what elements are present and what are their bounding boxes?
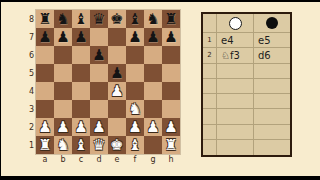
square-h5[interactable] (162, 64, 180, 82)
piece-white-knight[interactable]: ♞ (56, 136, 69, 154)
square-f1[interactable]: ♝ (126, 136, 144, 154)
square-d6[interactable]: ♟ (90, 46, 108, 64)
square-d5[interactable] (90, 64, 108, 82)
piece-white-queen[interactable]: ♛ (92, 136, 105, 154)
square-a1[interactable]: ♜ (36, 136, 54, 154)
square-c7[interactable]: ♟ (72, 28, 90, 46)
black-header-cell (254, 14, 290, 33)
piece-black-queen[interactable]: ♛ (92, 10, 105, 28)
square-a3[interactable] (36, 100, 54, 118)
piece-black-king[interactable]: ♚ (110, 10, 123, 28)
square-a6[interactable] (36, 46, 54, 64)
square-h4[interactable] (162, 82, 180, 100)
square-h1[interactable]: ♜ (162, 136, 180, 154)
square-c6[interactable] (72, 46, 90, 64)
move-number-cell (203, 79, 217, 94)
file-label-g: g (144, 155, 162, 166)
square-e7[interactable] (108, 28, 126, 46)
square-c2[interactable]: ♟ (72, 118, 90, 136)
square-c8[interactable]: ♝ (72, 10, 90, 28)
header-corner-cell (203, 14, 217, 33)
piece-white-knight[interactable]: ♞ (128, 100, 141, 118)
square-g1[interactable] (144, 136, 162, 154)
square-a7[interactable]: ♟ (36, 28, 54, 46)
piece-black-pawn[interactable]: ♟ (146, 28, 159, 46)
square-h3[interactable] (162, 100, 180, 118)
square-f4[interactable] (126, 82, 144, 100)
piece-black-pawn[interactable]: ♟ (164, 28, 177, 46)
black-move-cell[interactable]: e5 (254, 33, 290, 48)
square-a4[interactable] (36, 82, 54, 100)
rank-label-2: 2 (23, 118, 34, 136)
top-letterbox-bar (0, 0, 320, 2)
piece-white-pawn[interactable]: ♟ (164, 118, 177, 136)
square-e2[interactable] (108, 118, 126, 136)
square-b3[interactable] (54, 100, 72, 118)
move-number-cell (203, 109, 217, 124)
rank-label-8: 8 (23, 10, 34, 28)
piece-black-bishop[interactable]: ♝ (128, 10, 141, 28)
square-g6[interactable] (144, 46, 162, 64)
rank-label-5: 5 (23, 64, 34, 82)
file-labels: abcdefgh (36, 155, 180, 166)
rank-label-1: 1 (23, 136, 34, 154)
bottom-letterbox-bar (0, 176, 320, 180)
square-f2[interactable]: ♟ (126, 118, 144, 136)
file-label-c: c (72, 155, 90, 166)
piece-black-knight[interactable]: ♞ (56, 10, 69, 28)
piece-white-pawn[interactable]: ♟ (74, 118, 87, 136)
piece-white-pawn[interactable]: ♟ (128, 118, 141, 136)
square-g7[interactable]: ♟ (144, 28, 162, 46)
square-d3[interactable] (90, 100, 108, 118)
square-d2[interactable]: ♟ (90, 118, 108, 136)
white-move-cell (217, 125, 254, 140)
piece-white-rook[interactable]: ♜ (38, 136, 51, 154)
square-c5[interactable] (72, 64, 90, 82)
square-a2[interactable]: ♟ (36, 118, 54, 136)
move-number-cell (203, 94, 217, 109)
square-f5[interactable] (126, 64, 144, 82)
piece-black-pawn[interactable]: ♟ (38, 28, 51, 46)
white-player-icon (229, 17, 242, 30)
piece-white-pawn[interactable]: ♟ (92, 118, 105, 136)
move-list-table: 1e4e52♘f3d6 (201, 12, 292, 157)
move-number-cell (203, 125, 217, 140)
piece-black-rook[interactable]: ♜ (38, 10, 51, 28)
square-g3[interactable] (144, 100, 162, 118)
white-move-cell[interactable]: e4 (217, 33, 254, 48)
piece-black-pawn[interactable]: ♟ (74, 28, 87, 46)
white-move-cell[interactable]: ♘f3 (217, 48, 254, 63)
square-f3[interactable]: ♞ (126, 100, 144, 118)
black-move-cell (254, 94, 290, 109)
square-b8[interactable]: ♞ (54, 10, 72, 28)
square-c4[interactable] (72, 82, 90, 100)
square-c3[interactable] (72, 100, 90, 118)
black-move-cell (254, 64, 290, 79)
white-move-cell (217, 109, 254, 124)
square-d8[interactable]: ♛ (90, 10, 108, 28)
piece-white-bishop[interactable]: ♝ (128, 136, 141, 154)
black-move-cell (254, 125, 290, 140)
file-label-e: e (108, 155, 126, 166)
square-g4[interactable] (144, 82, 162, 100)
file-label-f: f (126, 155, 144, 166)
square-h7[interactable]: ♟ (162, 28, 180, 46)
square-e3[interactable] (108, 100, 126, 118)
rank-label-7: 7 (23, 28, 34, 46)
rank-label-4: 4 (23, 82, 34, 100)
square-e6[interactable] (108, 46, 126, 64)
black-move-cell (254, 79, 290, 94)
move-number-cell (203, 64, 217, 79)
piece-black-bishop[interactable]: ♝ (74, 10, 87, 28)
move-number-cell: 2 (203, 48, 217, 63)
white-move-cell (217, 64, 254, 79)
square-h6[interactable] (162, 46, 180, 64)
rank-label-3: 3 (23, 100, 34, 118)
piece-white-pawn[interactable]: ♟ (56, 118, 69, 136)
square-e5[interactable]: ♟ (108, 64, 126, 82)
file-label-b: b (54, 155, 72, 166)
chess-board[interactable]: ♜♞♝♛♚♝♞♜♟♟♟♟♟♟♟♟♟♞♟♟♟♟♟♟♟♜♞♝♛♚♝♜ (36, 10, 180, 154)
square-b5[interactable] (54, 64, 72, 82)
square-g2[interactable]: ♟ (144, 118, 162, 136)
move-number-cell: 1 (203, 33, 217, 48)
file-label-d: d (90, 155, 108, 166)
square-g8[interactable]: ♞ (144, 10, 162, 28)
square-b2[interactable]: ♟ (54, 118, 72, 136)
square-d4[interactable] (90, 82, 108, 100)
square-f8[interactable]: ♝ (126, 10, 144, 28)
piece-white-rook[interactable]: ♜ (164, 136, 177, 154)
square-b7[interactable]: ♟ (54, 28, 72, 46)
piece-black-pawn[interactable]: ♟ (56, 28, 69, 46)
square-b1[interactable]: ♞ (54, 136, 72, 154)
file-label-h: h (162, 155, 180, 166)
piece-black-knight[interactable]: ♞ (146, 10, 159, 28)
square-d1[interactable]: ♛ (90, 136, 108, 154)
square-b4[interactable] (54, 82, 72, 100)
black-move-cell (254, 109, 290, 124)
square-e1[interactable]: ♚ (108, 136, 126, 154)
piece-black-pawn[interactable]: ♟ (110, 64, 123, 82)
piece-black-rook[interactable]: ♜ (164, 10, 177, 28)
square-f6[interactable] (126, 46, 144, 64)
square-h2[interactable]: ♟ (162, 118, 180, 136)
white-move-cell (217, 79, 254, 94)
white-move-cell (217, 140, 254, 155)
piece-white-pawn[interactable]: ♟ (38, 118, 51, 136)
square-a5[interactable] (36, 64, 54, 82)
square-e8[interactable]: ♚ (108, 10, 126, 28)
piece-white-pawn[interactable]: ♟ (110, 82, 123, 100)
square-a8[interactable]: ♜ (36, 10, 54, 28)
square-h8[interactable]: ♜ (162, 10, 180, 28)
piece-white-bishop[interactable]: ♝ (74, 136, 87, 154)
rank-labels: 87654321 (23, 10, 34, 154)
square-b6[interactable] (54, 46, 72, 64)
piece-black-pawn[interactable]: ♟ (128, 28, 141, 46)
white-move-cell (217, 94, 254, 109)
black-move-cell (254, 140, 290, 155)
rank-label-6: 6 (23, 46, 34, 64)
move-number-cell (203, 140, 217, 155)
left-letterbox-bar (0, 0, 1, 180)
piece-white-pawn[interactable]: ♟ (146, 118, 159, 136)
white-header-cell (217, 14, 254, 33)
square-e4[interactable]: ♟ (108, 82, 126, 100)
square-c1[interactable]: ♝ (72, 136, 90, 154)
black-move-cell[interactable]: d6 (254, 48, 290, 63)
app-frame: 87654321 ♜♞♝♛♚♝♞♜♟♟♟♟♟♟♟♟♟♞♟♟♟♟♟♟♟♜♞♝♛♚♝… (0, 0, 320, 180)
black-player-icon (266, 17, 278, 29)
square-f7[interactable]: ♟ (126, 28, 144, 46)
square-g5[interactable] (144, 64, 162, 82)
piece-black-pawn[interactable]: ♟ (92, 46, 105, 64)
piece-white-king[interactable]: ♚ (110, 136, 123, 154)
square-d7[interactable] (90, 28, 108, 46)
file-label-a: a (36, 155, 54, 166)
